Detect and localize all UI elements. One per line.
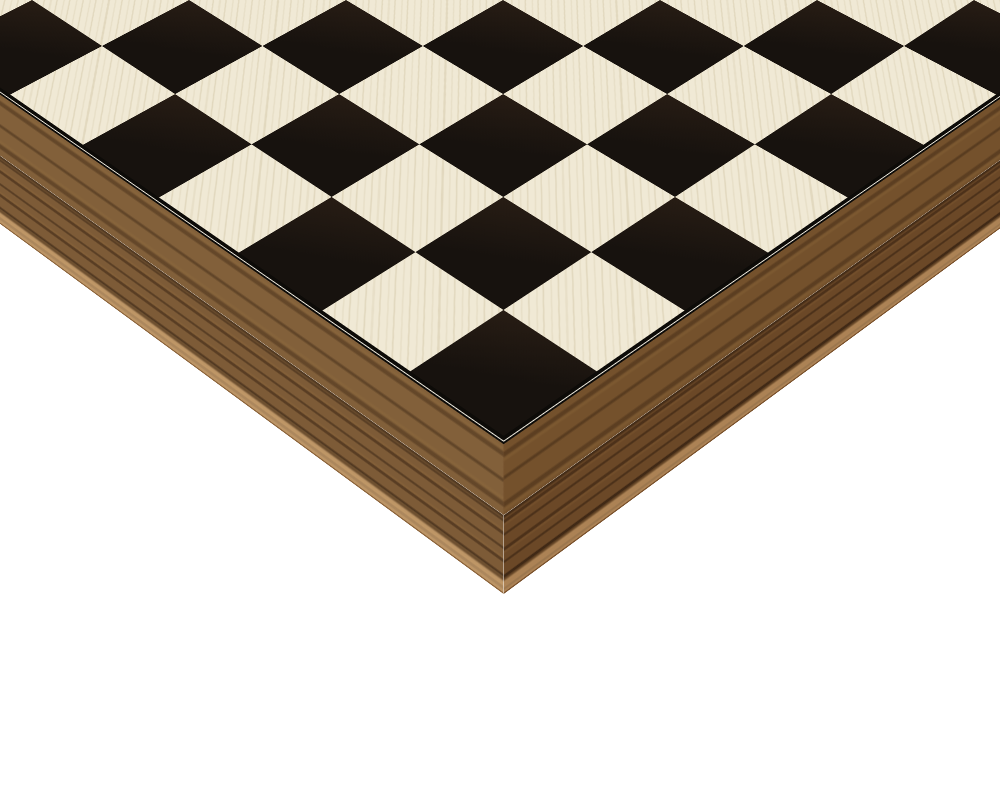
border-black-band [0, 0, 1000, 440]
square-g2 [32, 0, 189, 46]
square-a2 [503, 252, 683, 371]
square-c4 [503, 46, 667, 144]
square-d2 [251, 94, 419, 197]
square-d3 [339, 46, 503, 144]
square-d5 [503, 0, 660, 46]
square-c1 [239, 197, 415, 310]
pinstripe-outer-black [0, 0, 1000, 444]
square-a4 [675, 145, 847, 253]
square-b2 [415, 197, 591, 310]
square-b5 [667, 46, 831, 144]
square-b1 [323, 252, 503, 371]
square-c5 [583, 0, 744, 94]
square-f1 [11, 46, 175, 144]
square-b4 [587, 94, 755, 197]
square-g1 [0, 0, 102, 94]
square-a3 [591, 197, 767, 310]
square-a1 [411, 310, 596, 435]
square-b7 [817, 0, 974, 46]
square-a8 [974, 0, 1000, 46]
square-f3 [189, 0, 346, 46]
square-c6 [660, 0, 817, 46]
square-h1 [0, 0, 32, 46]
chess-board [0, 0, 1000, 435]
frame-strip-northwest [0, 0, 537, 24]
square-e3 [262, 0, 423, 94]
square-e4 [346, 0, 503, 46]
frame-strip-northeast [468, 0, 1000, 24]
square-c3 [419, 94, 587, 197]
pinstripe-white-inlay [0, 0, 1000, 442]
board-top-face [0, 0, 1000, 515]
square-a7 [905, 0, 1000, 94]
square-b6 [744, 0, 905, 94]
square-e2 [175, 46, 339, 144]
square-e1 [83, 94, 251, 197]
square-d1 [159, 145, 331, 253]
square-f2 [102, 0, 263, 94]
square-d4 [423, 0, 584, 94]
square-b3 [503, 145, 675, 253]
square-a5 [755, 94, 923, 197]
product-photo [0, 0, 1000, 800]
square-c2 [331, 145, 503, 253]
square-a6 [832, 46, 996, 144]
